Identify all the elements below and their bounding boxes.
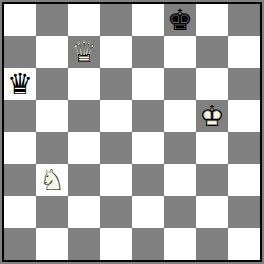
square-h5[interactable] bbox=[228, 100, 260, 132]
square-d6[interactable] bbox=[100, 68, 132, 100]
square-d8[interactable] bbox=[100, 4, 132, 36]
square-b4[interactable] bbox=[36, 132, 68, 164]
square-g2[interactable] bbox=[196, 196, 228, 228]
square-d2[interactable] bbox=[100, 196, 132, 228]
square-b7[interactable] bbox=[36, 36, 68, 68]
square-a3[interactable] bbox=[4, 164, 36, 196]
square-h8[interactable] bbox=[228, 4, 260, 36]
black-king-glyph: ♚ bbox=[164, 4, 196, 36]
square-b2[interactable] bbox=[36, 196, 68, 228]
square-h1[interactable] bbox=[228, 228, 260, 260]
square-f3[interactable] bbox=[164, 164, 196, 196]
square-c8[interactable] bbox=[68, 4, 100, 36]
square-b8[interactable] bbox=[36, 4, 68, 36]
square-f4[interactable] bbox=[164, 132, 196, 164]
square-e5[interactable] bbox=[132, 100, 164, 132]
square-f7[interactable] bbox=[164, 36, 196, 68]
square-a5[interactable] bbox=[4, 100, 36, 132]
square-e4[interactable] bbox=[132, 132, 164, 164]
square-g4[interactable] bbox=[196, 132, 228, 164]
square-f6[interactable] bbox=[164, 68, 196, 100]
square-f5[interactable] bbox=[164, 100, 196, 132]
square-g7[interactable] bbox=[196, 36, 228, 68]
square-h6[interactable] bbox=[228, 68, 260, 100]
square-e6[interactable] bbox=[132, 68, 164, 100]
square-h4[interactable] bbox=[228, 132, 260, 164]
square-e1[interactable] bbox=[132, 228, 164, 260]
square-g6[interactable] bbox=[196, 68, 228, 100]
square-a4[interactable] bbox=[4, 132, 36, 164]
square-e7[interactable] bbox=[132, 36, 164, 68]
square-c4[interactable] bbox=[68, 132, 100, 164]
square-g1[interactable] bbox=[196, 228, 228, 260]
square-a1[interactable] bbox=[4, 228, 36, 260]
square-c2[interactable] bbox=[68, 196, 100, 228]
square-a7[interactable] bbox=[4, 36, 36, 68]
white-queen-glyph: ♕ bbox=[68, 36, 100, 68]
square-f1[interactable] bbox=[164, 228, 196, 260]
square-f8[interactable]: ♚ bbox=[164, 4, 196, 36]
white-king: ♚♔ bbox=[196, 100, 228, 132]
square-c3[interactable] bbox=[68, 164, 100, 196]
square-e2[interactable] bbox=[132, 196, 164, 228]
black-queen: ♛ bbox=[4, 68, 36, 100]
square-e8[interactable] bbox=[132, 4, 164, 36]
square-c5[interactable] bbox=[68, 100, 100, 132]
square-g5[interactable]: ♚♔ bbox=[196, 100, 228, 132]
white-knight: ♞♘ bbox=[36, 164, 68, 196]
square-b3[interactable]: ♞♘ bbox=[36, 164, 68, 196]
square-c6[interactable] bbox=[68, 68, 100, 100]
square-h2[interactable] bbox=[228, 196, 260, 228]
square-a8[interactable] bbox=[4, 4, 36, 36]
square-d7[interactable] bbox=[100, 36, 132, 68]
white-king-glyph: ♔ bbox=[196, 100, 228, 132]
square-c1[interactable] bbox=[68, 228, 100, 260]
square-b6[interactable] bbox=[36, 68, 68, 100]
square-d4[interactable] bbox=[100, 132, 132, 164]
board-frame: ♚♛♕♛♚♔♞♘ bbox=[0, 0, 264, 264]
square-f2[interactable] bbox=[164, 196, 196, 228]
white-knight-glyph: ♘ bbox=[36, 164, 68, 196]
square-c7[interactable]: ♛♕ bbox=[68, 36, 100, 68]
square-g3[interactable] bbox=[196, 164, 228, 196]
chess-board: ♚♛♕♛♚♔♞♘ bbox=[4, 4, 260, 260]
black-queen-glyph: ♛ bbox=[4, 68, 36, 100]
square-a2[interactable] bbox=[4, 196, 36, 228]
square-a6[interactable]: ♛ bbox=[4, 68, 36, 100]
board-border: ♚♛♕♛♚♔♞♘ bbox=[2, 2, 262, 262]
square-b5[interactable] bbox=[36, 100, 68, 132]
square-d5[interactable] bbox=[100, 100, 132, 132]
black-king: ♚ bbox=[164, 4, 196, 36]
white-queen: ♛♕ bbox=[68, 36, 100, 68]
square-h3[interactable] bbox=[228, 164, 260, 196]
square-d1[interactable] bbox=[100, 228, 132, 260]
square-e3[interactable] bbox=[132, 164, 164, 196]
square-g8[interactable] bbox=[196, 4, 228, 36]
square-b1[interactable] bbox=[36, 228, 68, 260]
square-d3[interactable] bbox=[100, 164, 132, 196]
square-h7[interactable] bbox=[228, 36, 260, 68]
